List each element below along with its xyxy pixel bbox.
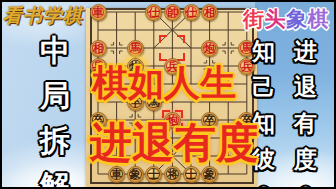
frame-top (0, 0, 336, 2)
piece-glyph: 仕 (186, 7, 197, 18)
caption-char: 己 (252, 72, 275, 103)
left-vertical-caption: 中局拆解 (40, 31, 70, 189)
caption-char: 拆 (40, 121, 70, 162)
piece-glyph: 仕 (148, 7, 159, 18)
piece-glyph: 車 (111, 169, 122, 180)
caption-char: 进 (294, 36, 317, 67)
piece-glyph: 象 (130, 169, 141, 180)
piece-glyph: 士 (148, 169, 159, 180)
piece-glyph: 相 (204, 7, 215, 18)
right-vertical-caption-advance: 进退有度？ (292, 36, 319, 189)
piece-glyph: 炮 (204, 43, 215, 54)
piece-red-炮: 炮 (201, 40, 218, 57)
piece-glyph: 士 (186, 169, 197, 180)
piece-black-象: 象 (127, 166, 144, 183)
gradient-title-char: 象 (286, 7, 308, 31)
piece-red-相: 相 (90, 40, 107, 57)
video-thumbnail: 車仕帥仕相相馬炮馬兵兵兵炮炮卒馬卒卒卒車象士将士象 看书学棋 街头象棋 中局拆解… (0, 0, 336, 189)
piece-red-帥: 帥 (164, 4, 181, 21)
caption-char: 知 (252, 36, 275, 67)
piece-red-車: 車 (90, 4, 107, 21)
piece-red-馬: 馬 (127, 40, 144, 57)
channel-title-calligraphy: 看书学棋 (3, 3, 83, 29)
piece-glyph: 将 (167, 169, 178, 180)
series-title-street-xiangqi: 街头象棋 (243, 5, 329, 33)
gradient-title-char: 头 (265, 7, 287, 31)
caption-char: 中 (40, 31, 70, 72)
piece-black-象: 象 (201, 166, 218, 183)
piece-glyph: 帥 (167, 7, 178, 18)
caption-char: 退 (294, 72, 317, 103)
piece-red-相: 相 (201, 4, 218, 21)
gradient-title-char: 棋 (308, 7, 330, 31)
piece-glyph: 車 (93, 7, 104, 18)
caption-char: 局 (40, 76, 70, 117)
gradient-title-char: 街 (243, 7, 265, 31)
piece-glyph: 象 (204, 169, 215, 180)
piece-black-将: 将 (164, 166, 181, 183)
piece-black-士: 士 (145, 166, 162, 183)
caption-char: 度 (294, 144, 317, 175)
piece-glyph: 馬 (130, 43, 141, 54)
caption-char: 解 (40, 166, 70, 189)
banner-advance-retreat: 进退有度 (90, 119, 255, 166)
caption-char: 有 (294, 108, 317, 139)
piece-black-士: 士 (183, 166, 200, 183)
frame-left (0, 0, 2, 189)
frame-bottom (0, 187, 336, 189)
piece-red-仕: 仕 (183, 4, 200, 21)
piece-red-仕: 仕 (145, 4, 162, 21)
piece-glyph: 相 (93, 43, 104, 54)
banner-chess-like-life: 棋如人生 (84, 62, 244, 104)
piece-black-車: 車 (108, 166, 125, 183)
